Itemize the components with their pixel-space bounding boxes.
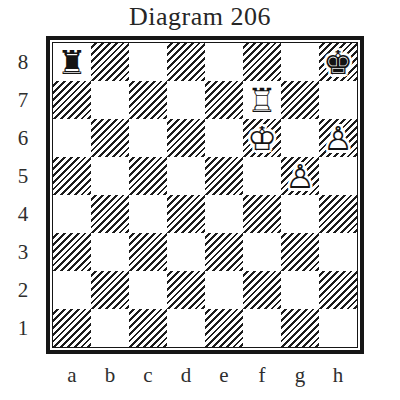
square-h7 bbox=[319, 81, 357, 119]
square-e2 bbox=[205, 271, 243, 309]
square-h8: ♚♚ bbox=[319, 43, 357, 81]
square-d1 bbox=[167, 309, 205, 347]
chess-board: ♜♜♚♚♜♖♚♔♟♙♟♙ bbox=[52, 42, 358, 348]
file-labels: abcdefgh bbox=[53, 360, 357, 390]
square-f6: ♚♔ bbox=[243, 119, 281, 157]
piece-white-rook: ♜♖ bbox=[243, 81, 281, 119]
square-d3 bbox=[167, 233, 205, 271]
rank-label-7: 7 bbox=[0, 81, 46, 119]
square-d5 bbox=[167, 157, 205, 195]
square-h4 bbox=[319, 195, 357, 233]
square-c2 bbox=[129, 271, 167, 309]
square-a8: ♜♜ bbox=[53, 43, 91, 81]
file-label-f: f bbox=[243, 360, 281, 390]
diagram-page: Diagram 206 87654321 ♜♜♚♚♜♖♚♔♟♙♟♙ abcdef… bbox=[0, 0, 400, 400]
square-g2 bbox=[281, 271, 319, 309]
piece-white-pawn: ♟♙ bbox=[319, 119, 357, 157]
square-e1 bbox=[205, 309, 243, 347]
piece-black-king: ♚♚ bbox=[319, 43, 357, 81]
file-label-a: a bbox=[53, 360, 91, 390]
square-a3 bbox=[53, 233, 91, 271]
square-b1 bbox=[91, 309, 129, 347]
square-d4 bbox=[167, 195, 205, 233]
square-e7 bbox=[205, 81, 243, 119]
square-g6 bbox=[281, 119, 319, 157]
rank-label-6: 6 bbox=[0, 119, 46, 157]
square-e5 bbox=[205, 157, 243, 195]
square-h2 bbox=[319, 271, 357, 309]
piece-white-king: ♚♔ bbox=[243, 119, 281, 157]
square-b3 bbox=[91, 233, 129, 271]
piece-black-rook: ♜♜ bbox=[53, 43, 91, 81]
rank-label-8: 8 bbox=[0, 43, 46, 81]
file-label-e: e bbox=[205, 360, 243, 390]
file-label-c: c bbox=[129, 360, 167, 390]
square-f4 bbox=[243, 195, 281, 233]
square-a7 bbox=[53, 81, 91, 119]
rank-label-1: 1 bbox=[0, 309, 46, 347]
file-label-d: d bbox=[167, 360, 205, 390]
square-e3 bbox=[205, 233, 243, 271]
rank-label-5: 5 bbox=[0, 157, 46, 195]
white-pawn-glyph: ♙ bbox=[285, 160, 315, 193]
square-f2 bbox=[243, 271, 281, 309]
square-h5 bbox=[319, 157, 357, 195]
square-f1 bbox=[243, 309, 281, 347]
board-frame: ♜♜♚♚♜♖♚♔♟♙♟♙ bbox=[46, 36, 364, 354]
square-b6 bbox=[91, 119, 129, 157]
square-c3 bbox=[129, 233, 167, 271]
square-h6: ♟♙ bbox=[319, 119, 357, 157]
piece-white-pawn: ♟♙ bbox=[281, 157, 319, 195]
square-c5 bbox=[129, 157, 167, 195]
square-a5 bbox=[53, 157, 91, 195]
rank-label-2: 2 bbox=[0, 271, 46, 309]
rank-label-3: 3 bbox=[0, 233, 46, 271]
square-f5 bbox=[243, 157, 281, 195]
square-h3 bbox=[319, 233, 357, 271]
square-c6 bbox=[129, 119, 167, 157]
square-d7 bbox=[167, 81, 205, 119]
square-g7 bbox=[281, 81, 319, 119]
square-e4 bbox=[205, 195, 243, 233]
square-g8 bbox=[281, 43, 319, 81]
square-b4 bbox=[91, 195, 129, 233]
square-a2 bbox=[53, 271, 91, 309]
square-d2 bbox=[167, 271, 205, 309]
square-h1 bbox=[319, 309, 357, 347]
square-b7 bbox=[91, 81, 129, 119]
square-e6 bbox=[205, 119, 243, 157]
square-g4 bbox=[281, 195, 319, 233]
square-g3 bbox=[281, 233, 319, 271]
square-g1 bbox=[281, 309, 319, 347]
square-a1 bbox=[53, 309, 91, 347]
file-label-g: g bbox=[281, 360, 319, 390]
rank-labels: 87654321 bbox=[0, 43, 46, 347]
diagram-title: Diagram 206 bbox=[0, 2, 400, 32]
square-a6 bbox=[53, 119, 91, 157]
black-rook-glyph: ♜ bbox=[57, 46, 87, 79]
white-pawn-glyph: ♙ bbox=[323, 122, 353, 155]
square-e8 bbox=[205, 43, 243, 81]
square-c8 bbox=[129, 43, 167, 81]
square-f8 bbox=[243, 43, 281, 81]
square-g5: ♟♙ bbox=[281, 157, 319, 195]
white-king-glyph: ♔ bbox=[247, 122, 277, 155]
square-b8 bbox=[91, 43, 129, 81]
square-b5 bbox=[91, 157, 129, 195]
white-rook-glyph: ♖ bbox=[247, 84, 277, 117]
square-c7 bbox=[129, 81, 167, 119]
file-label-b: b bbox=[91, 360, 129, 390]
black-king-glyph: ♚ bbox=[323, 46, 353, 79]
square-d6 bbox=[167, 119, 205, 157]
square-d8 bbox=[167, 43, 205, 81]
square-f3 bbox=[243, 233, 281, 271]
square-c1 bbox=[129, 309, 167, 347]
square-f7: ♜♖ bbox=[243, 81, 281, 119]
square-a4 bbox=[53, 195, 91, 233]
rank-label-4: 4 bbox=[0, 195, 46, 233]
square-b2 bbox=[91, 271, 129, 309]
file-label-h: h bbox=[319, 360, 357, 390]
square-c4 bbox=[129, 195, 167, 233]
